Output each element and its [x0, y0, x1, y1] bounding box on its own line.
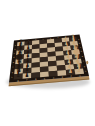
- board-square-c4: [47, 47, 55, 52]
- board-square-a3: [54, 38, 62, 43]
- chess-set-photo: 8877665544332211aabbccddeeffgghh♜♟♟♜♞♟♟♞…: [0, 0, 95, 126]
- board-square-h3: [57, 70, 66, 76]
- board-square-a6: [32, 40, 40, 45]
- board-square-a4: [47, 39, 55, 44]
- board-square-c3: [55, 47, 63, 52]
- board-square-f4: [48, 61, 57, 67]
- board-square-f6: [32, 62, 40, 68]
- board-square-e6: [32, 58, 40, 63]
- white-rook: ♜: [77, 62, 82, 75]
- board-square-g6: [31, 67, 40, 73]
- white-pawn: ♟: [68, 65, 72, 75]
- board-square-d3: [55, 51, 64, 56]
- black-pawn: ♟: [25, 69, 29, 79]
- board-square-c5: [40, 48, 48, 53]
- board-square-f3: [56, 60, 65, 66]
- board-square-b5: [40, 44, 48, 49]
- board-square-d4: [48, 52, 56, 57]
- board-square-d6: [32, 53, 40, 58]
- board-square-g3: [57, 65, 66, 71]
- board-square-g4: [48, 66, 57, 72]
- board-square-g5: [40, 66, 49, 72]
- board-square-b3: [55, 42, 63, 47]
- board-square-c6: [32, 49, 40, 54]
- board-square-b6: [32, 44, 40, 49]
- board-square-e5: [40, 57, 48, 62]
- board-square-h5: [40, 71, 49, 77]
- board-square-f5: [40, 62, 49, 68]
- board-square-b4: [47, 43, 55, 48]
- product-photo-scene: 8877665544332211aabbccddeeffgghh♜♟♟♜♞♟♟♞…: [0, 0, 95, 126]
- board-square-e3: [56, 55, 65, 60]
- board-square-h6: [31, 72, 40, 78]
- board-square-a5: [40, 40, 48, 45]
- clasp: [86, 61, 88, 65]
- board-square-h4: [49, 71, 58, 77]
- black-rook: ♜: [16, 67, 21, 80]
- board-square-d5: [40, 52, 48, 57]
- board-square-e4: [48, 56, 57, 61]
